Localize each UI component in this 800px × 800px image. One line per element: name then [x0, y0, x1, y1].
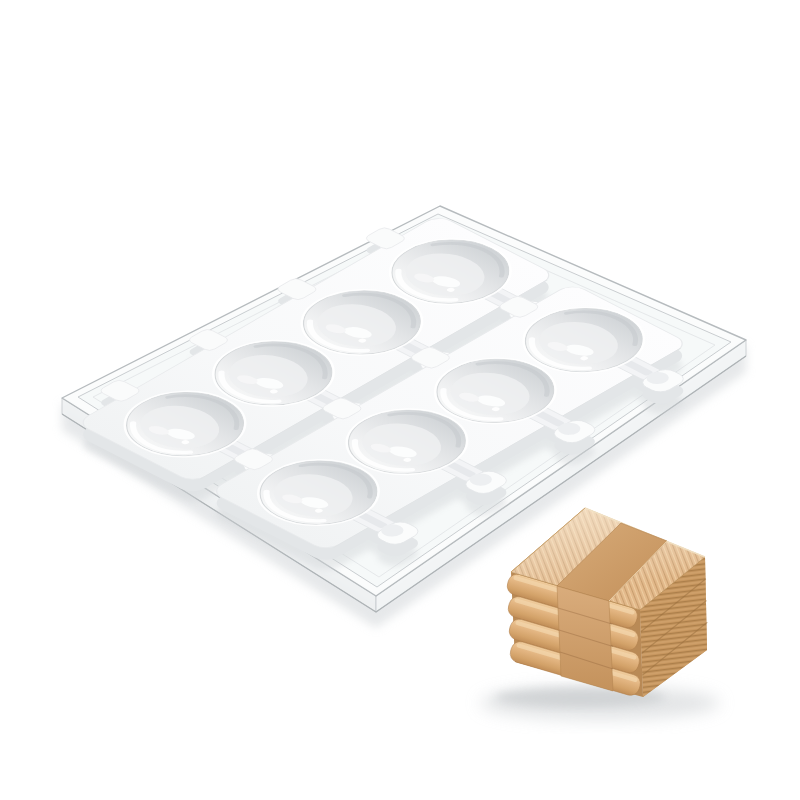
sticks-bundle	[480, 508, 720, 720]
product-photo: Product photo: white 8-cavity round sili…	[0, 0, 800, 800]
photo-canvas	[0, 0, 800, 800]
